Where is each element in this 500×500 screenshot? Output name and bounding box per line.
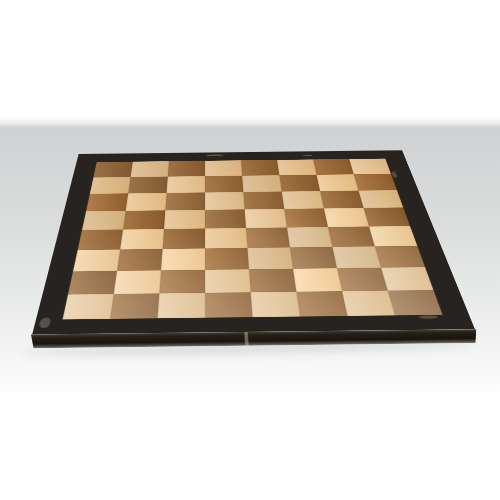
square-e6[interactable] [243, 192, 284, 210]
square-h7[interactable] [354, 174, 397, 191]
square-d7[interactable] [205, 176, 243, 193]
square-d1[interactable] [205, 292, 252, 317]
square-g2[interactable] [337, 268, 388, 291]
square-e1[interactable] [251, 292, 300, 317]
square-f8[interactable] [277, 159, 316, 175]
board-squares [63, 159, 443, 320]
square-h6[interactable] [358, 190, 403, 208]
square-f1[interactable] [296, 291, 347, 316]
square-a2[interactable] [68, 271, 117, 295]
square-h1[interactable] [388, 290, 443, 315]
square-e4[interactable] [246, 227, 290, 247]
square-d8[interactable] [205, 160, 242, 176]
square-e2[interactable] [249, 269, 296, 293]
scene [0, 0, 500, 500]
square-d5[interactable] [205, 209, 246, 228]
square-b4[interactable] [120, 229, 164, 249]
square-c8[interactable] [168, 161, 205, 177]
square-a3[interactable] [73, 249, 120, 271]
square-g7[interactable] [317, 174, 359, 191]
square-b3[interactable] [117, 249, 163, 271]
square-b8[interactable] [131, 161, 169, 177]
square-d2[interactable] [205, 269, 251, 293]
square-h3[interactable] [375, 246, 425, 268]
square-a6[interactable] [86, 193, 128, 211]
square-b2[interactable] [114, 270, 161, 294]
square-g4[interactable] [328, 226, 375, 246]
photo-backdrop [0, 0, 500, 500]
square-c6[interactable] [165, 192, 205, 210]
board-frame [32, 150, 475, 334]
square-f5[interactable] [284, 208, 328, 227]
square-e8[interactable] [241, 160, 279, 176]
square-g8[interactable] [313, 159, 354, 175]
square-a5[interactable] [82, 211, 126, 230]
square-d4[interactable] [205, 228, 247, 248]
square-g6[interactable] [320, 191, 363, 209]
square-c4[interactable] [163, 229, 205, 249]
square-b7[interactable] [128, 177, 168, 194]
square-d3[interactable] [205, 248, 249, 270]
square-h5[interactable] [364, 207, 410, 226]
square-b1[interactable] [110, 293, 159, 318]
square-a1[interactable] [63, 294, 114, 319]
square-c5[interactable] [164, 210, 205, 229]
square-a4[interactable] [78, 230, 123, 250]
square-a8[interactable] [93, 162, 132, 178]
edge-scratch [245, 332, 250, 346]
square-g1[interactable] [342, 291, 395, 316]
square-h8[interactable] [349, 159, 391, 175]
square-d6[interactable] [205, 192, 245, 210]
square-f2[interactable] [293, 268, 342, 292]
square-c2[interactable] [159, 270, 205, 294]
square-f7[interactable] [279, 175, 320, 192]
square-f6[interactable] [282, 191, 324, 209]
square-c7[interactable] [167, 176, 205, 193]
square-h4[interactable] [369, 226, 417, 246]
square-c3[interactable] [161, 248, 205, 270]
square-f3[interactable] [290, 247, 337, 269]
square-c1[interactable] [158, 293, 205, 318]
square-g3[interactable] [332, 246, 381, 268]
square-e5[interactable] [245, 209, 287, 228]
square-g5[interactable] [324, 208, 369, 227]
square-h2[interactable] [381, 267, 433, 290]
square-b5[interactable] [123, 210, 165, 229]
chess-board [32, 150, 475, 334]
square-f4[interactable] [287, 227, 332, 247]
square-e7[interactable] [242, 175, 282, 192]
square-b6[interactable] [126, 193, 167, 211]
square-a7[interactable] [90, 177, 131, 194]
square-e3[interactable] [247, 247, 293, 269]
